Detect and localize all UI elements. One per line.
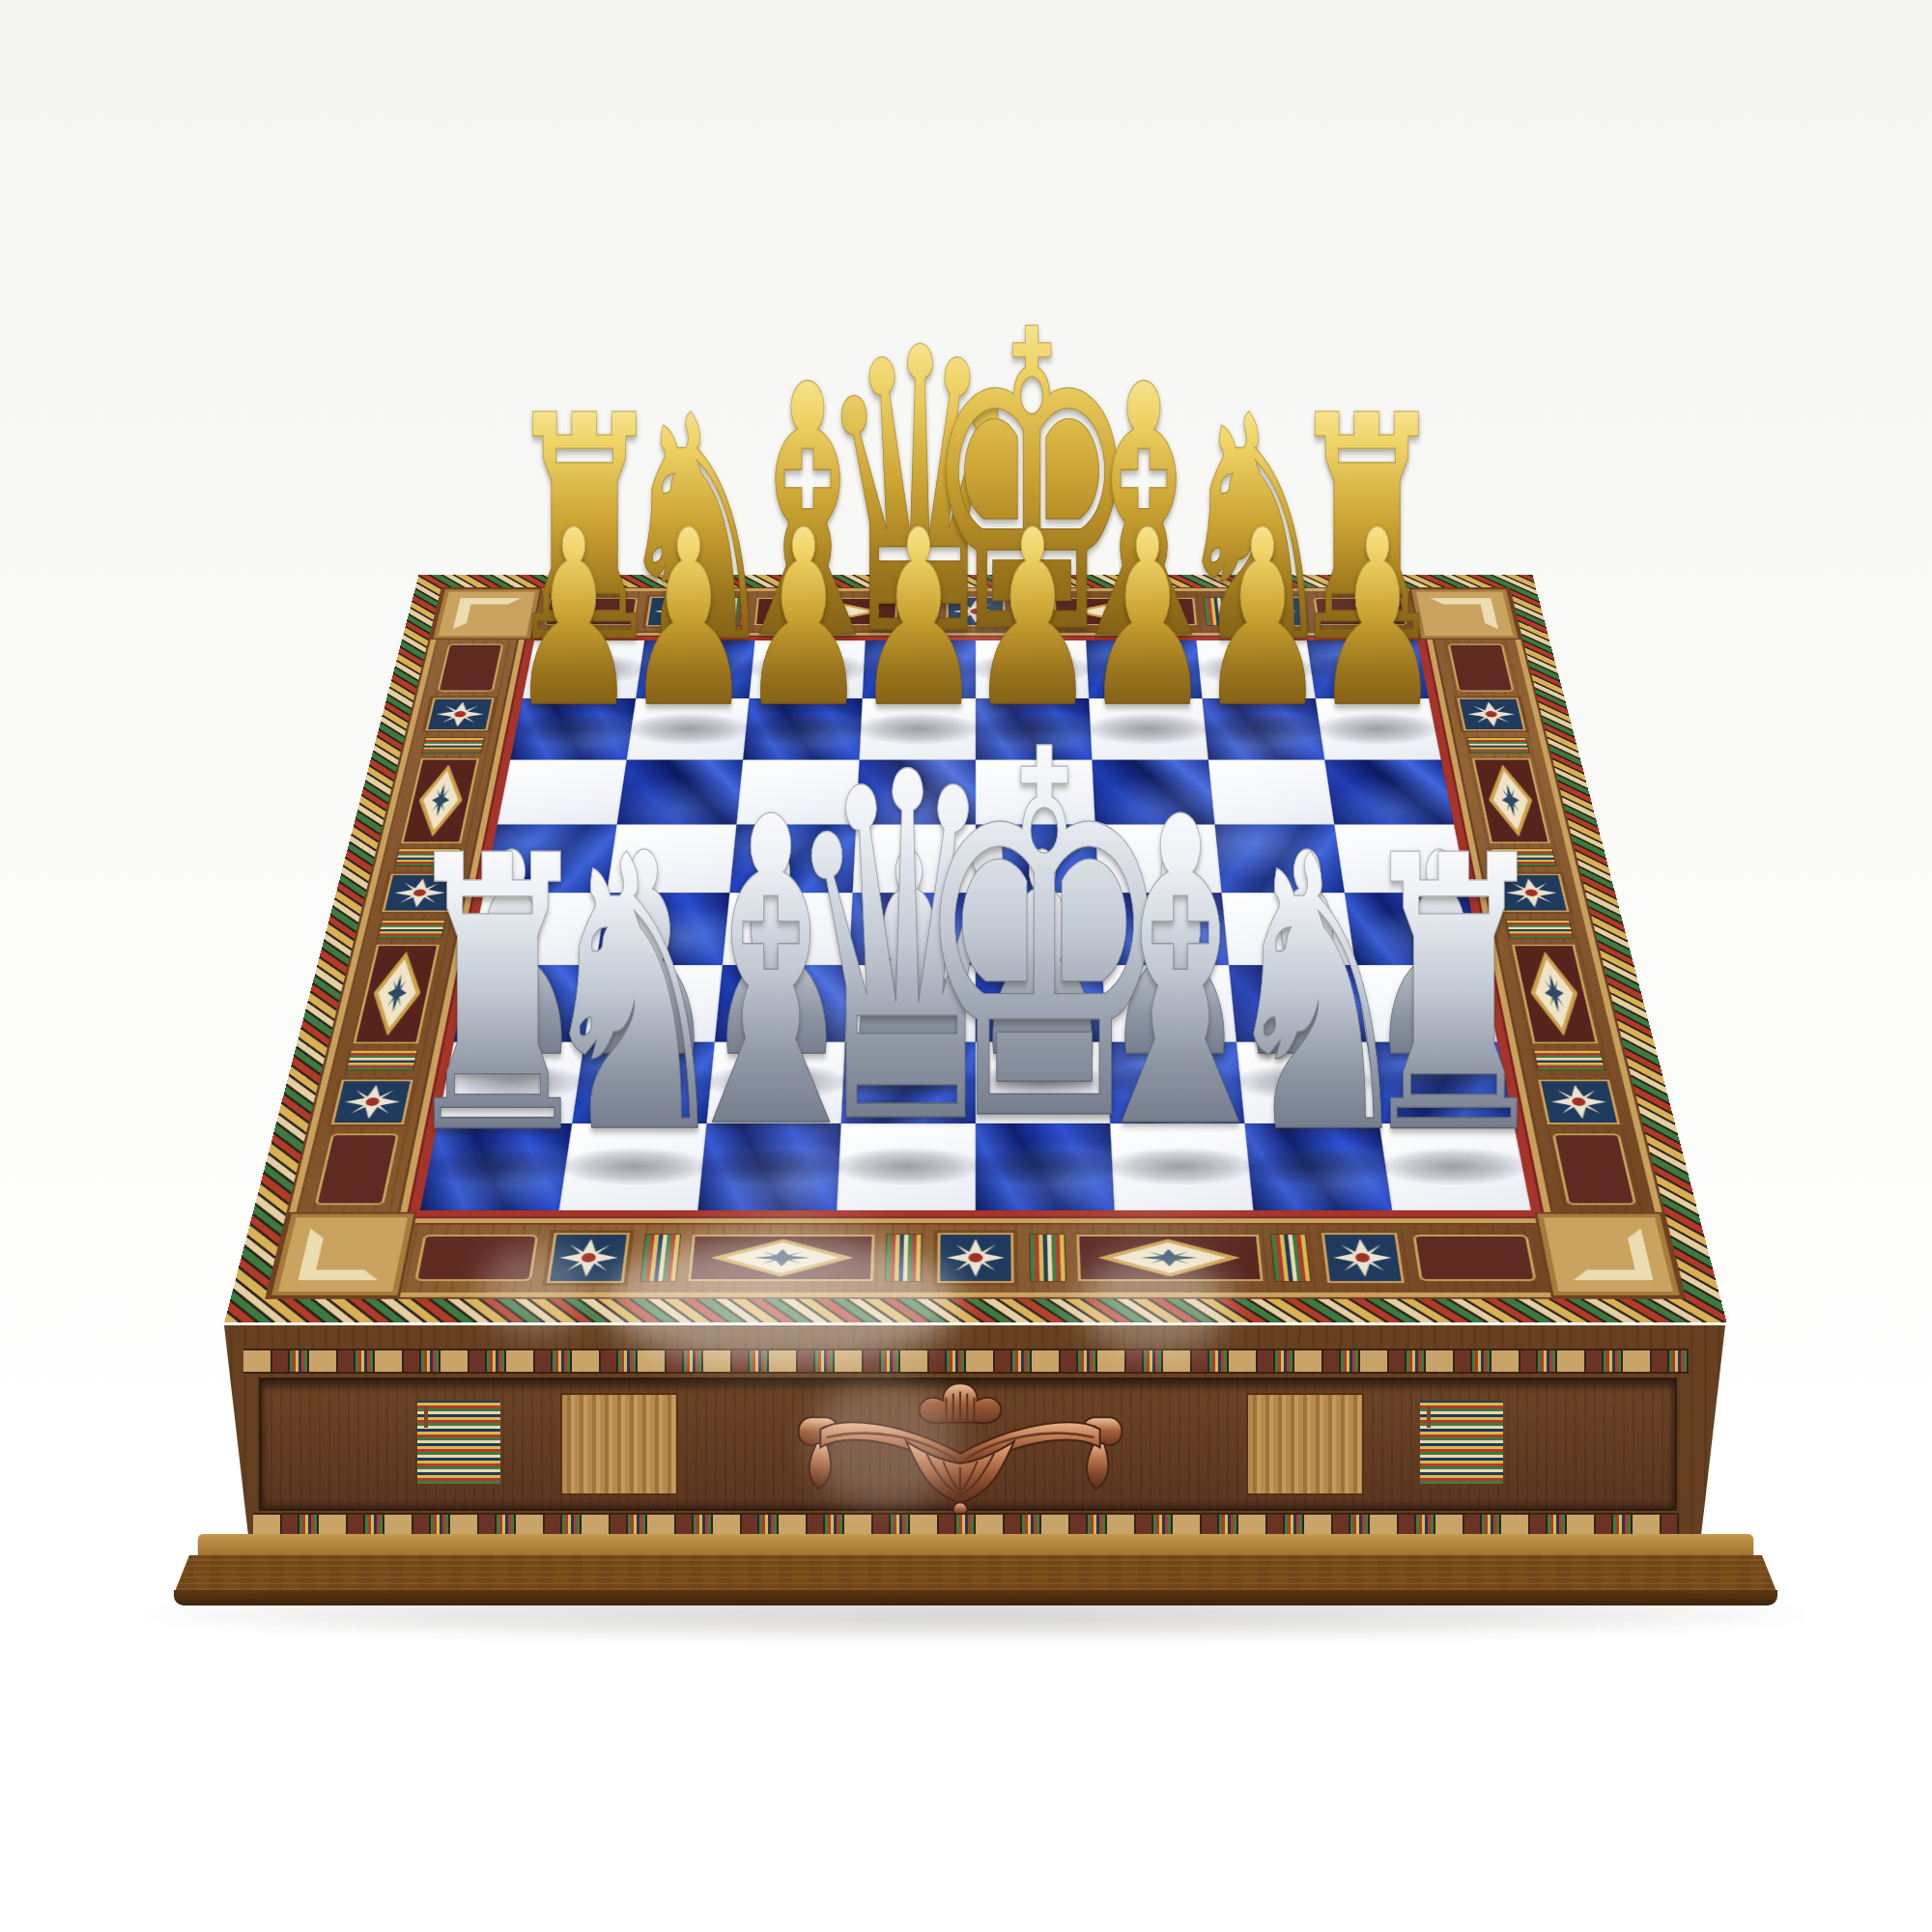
pieces-layer: ♜♞♝♛♚♝♞♜♟♟♟♟♟♟♟♟♟♟♟♟♟♟♟♟♜♞♝♛♚♝♞♜ (0, 0, 1932, 1932)
drawer-handle-icon (781, 1379, 1140, 1526)
piece-gold-pawn-h7[interactable]: ♟ (1313, 506, 1441, 736)
drawer-star-inlay-icon (1420, 1401, 1503, 1484)
piece-gold-pawn-a7[interactable]: ♟ (510, 506, 639, 736)
front-inlay-band-top (243, 1349, 1689, 1374)
piece-gold-pawn-b7[interactable]: ♟ (625, 506, 753, 736)
drawer-oak-panel (1246, 1393, 1364, 1495)
drawer-star-inlay-icon (417, 1401, 500, 1484)
drawer-oak-panel (560, 1393, 678, 1495)
floor-shadow (145, 1590, 1806, 1640)
piece-silver-rook-h1[interactable]: ♜ (1353, 816, 1554, 1176)
piece-gold-pawn-g7[interactable]: ♟ (1199, 506, 1327, 736)
chess-set-product-photo: ♜♞♝♛♚♝♞♜♟♟♟♟♟♟♟♟♟♟♟♟♟♟♟♟♜♞♝♛♚♝♞♜ (0, 0, 1932, 1932)
